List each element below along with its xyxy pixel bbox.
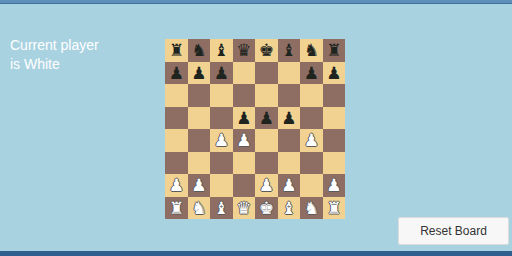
square-f3[interactable] (278, 152, 301, 175)
square-b2[interactable]: ♟ (188, 174, 211, 197)
square-c1[interactable]: ♝ (210, 197, 233, 220)
square-g3[interactable] (300, 152, 323, 175)
square-g2[interactable] (300, 174, 323, 197)
square-h6[interactable] (323, 84, 346, 107)
piece-black-bishop[interactable]: ♝ (281, 39, 296, 62)
square-c4[interactable]: ♟ (210, 129, 233, 152)
square-g8[interactable]: ♞ (300, 39, 323, 62)
square-c5[interactable] (210, 107, 233, 130)
square-g1[interactable]: ♞ (300, 197, 323, 220)
square-d7[interactable] (233, 62, 256, 85)
square-a1[interactable]: ♜ (165, 197, 188, 220)
square-f6[interactable] (278, 84, 301, 107)
piece-white-pawn[interactable]: ♟ (169, 174, 184, 197)
square-h7[interactable]: ♟ (323, 62, 346, 85)
square-b1[interactable]: ♞ (188, 197, 211, 220)
square-e1[interactable]: ♚ (255, 197, 278, 220)
piece-black-pawn[interactable]: ♟ (214, 62, 229, 85)
piece-white-knight[interactable]: ♞ (304, 197, 319, 220)
piece-white-bishop[interactable]: ♝ (281, 197, 296, 220)
piece-white-queen[interactable]: ♛ (236, 197, 251, 220)
square-d5[interactable]: ♟ (233, 107, 256, 130)
square-f2[interactable]: ♟ (278, 174, 301, 197)
piece-black-pawn[interactable]: ♟ (259, 107, 274, 130)
piece-white-pawn[interactable]: ♟ (191, 174, 206, 197)
square-d2[interactable] (233, 174, 256, 197)
square-h4[interactable] (323, 129, 346, 152)
square-h1[interactable]: ♜ (323, 197, 346, 220)
square-e3[interactable] (255, 152, 278, 175)
piece-white-knight[interactable]: ♞ (191, 197, 206, 220)
square-f7[interactable] (278, 62, 301, 85)
piece-white-rook[interactable]: ♜ (169, 197, 184, 220)
square-h5[interactable] (323, 107, 346, 130)
square-a5[interactable] (165, 107, 188, 130)
piece-white-king[interactable]: ♚ (259, 197, 274, 220)
piece-black-pawn[interactable]: ♟ (304, 62, 319, 85)
square-c7[interactable]: ♟ (210, 62, 233, 85)
square-h2[interactable]: ♟ (323, 174, 346, 197)
square-b6[interactable] (188, 84, 211, 107)
piece-black-rook[interactable]: ♜ (169, 39, 184, 62)
square-a8[interactable]: ♜ (165, 39, 188, 62)
piece-black-pawn[interactable]: ♟ (169, 62, 184, 85)
square-c8[interactable]: ♝ (210, 39, 233, 62)
piece-white-pawn[interactable]: ♟ (304, 129, 319, 152)
square-g5[interactable] (300, 107, 323, 130)
piece-white-pawn[interactable]: ♟ (259, 174, 274, 197)
piece-black-pawn[interactable]: ♟ (281, 107, 296, 130)
square-d4[interactable]: ♟ (233, 129, 256, 152)
square-a4[interactable] (165, 129, 188, 152)
piece-black-rook[interactable]: ♜ (326, 39, 341, 62)
square-g7[interactable]: ♟ (300, 62, 323, 85)
piece-black-king[interactable]: ♚ (259, 39, 274, 62)
square-c3[interactable] (210, 152, 233, 175)
status-line-1: Current player (10, 36, 160, 55)
piece-white-bishop[interactable]: ♝ (214, 197, 229, 220)
square-c6[interactable] (210, 84, 233, 107)
square-b3[interactable] (188, 152, 211, 175)
square-d1[interactable]: ♛ (233, 197, 256, 220)
square-b7[interactable]: ♟ (188, 62, 211, 85)
square-e2[interactable]: ♟ (255, 174, 278, 197)
square-g6[interactable] (300, 84, 323, 107)
piece-white-pawn[interactable]: ♟ (326, 174, 341, 197)
square-b5[interactable] (188, 107, 211, 130)
piece-black-pawn[interactable]: ♟ (191, 62, 206, 85)
piece-white-pawn[interactable]: ♟ (281, 174, 296, 197)
square-d8[interactable]: ♛ (233, 39, 256, 62)
square-e7[interactable] (255, 62, 278, 85)
square-e6[interactable] (255, 84, 278, 107)
piece-black-knight[interactable]: ♞ (304, 39, 319, 62)
square-f5[interactable]: ♟ (278, 107, 301, 130)
bottom-border (0, 251, 512, 256)
piece-black-pawn[interactable]: ♟ (326, 62, 341, 85)
current-player-status: Current player is White (10, 36, 160, 74)
square-e5[interactable]: ♟ (255, 107, 278, 130)
status-line-2: is White (10, 55, 160, 74)
piece-white-pawn[interactable]: ♟ (214, 129, 229, 152)
square-e4[interactable] (255, 129, 278, 152)
square-f4[interactable] (278, 129, 301, 152)
reset-board-button[interactable]: Reset Board (398, 217, 509, 245)
square-c2[interactable] (210, 174, 233, 197)
square-e8[interactable]: ♚ (255, 39, 278, 62)
square-g4[interactable]: ♟ (300, 129, 323, 152)
top-border (0, 0, 512, 4)
piece-white-rook[interactable]: ♜ (326, 197, 341, 220)
piece-black-queen[interactable]: ♛ (236, 39, 251, 62)
square-a7[interactable]: ♟ (165, 62, 188, 85)
piece-black-knight[interactable]: ♞ (191, 39, 206, 62)
square-h3[interactable] (323, 152, 346, 175)
square-d6[interactable] (233, 84, 256, 107)
chess-board[interactable]: ♜♞♝♛♚♝♞♜♟♟♟♟♟♟♟♟♟♟♟♟♟♟♟♟♜♞♝♛♚♝♞♜ (165, 39, 345, 219)
square-h8[interactable]: ♜ (323, 39, 346, 62)
square-a6[interactable] (165, 84, 188, 107)
square-b4[interactable] (188, 129, 211, 152)
piece-black-pawn[interactable]: ♟ (236, 107, 251, 130)
piece-white-pawn[interactable]: ♟ (236, 129, 251, 152)
square-d3[interactable] (233, 152, 256, 175)
square-a2[interactable]: ♟ (165, 174, 188, 197)
square-b8[interactable]: ♞ (188, 39, 211, 62)
piece-black-bishop[interactable]: ♝ (214, 39, 229, 62)
square-a3[interactable] (165, 152, 188, 175)
square-f8[interactable]: ♝ (278, 39, 301, 62)
square-f1[interactable]: ♝ (278, 197, 301, 220)
